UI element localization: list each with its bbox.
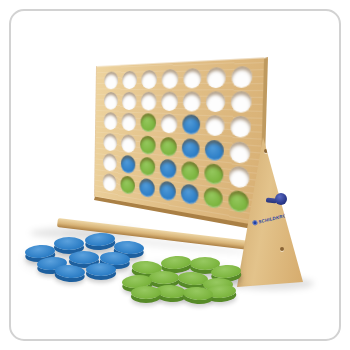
board-cell-r5c4[interactable]	[159, 158, 176, 179]
board-cell-r5c1[interactable]	[103, 153, 117, 172]
board-cell-r2c1[interactable]	[103, 92, 117, 110]
board-cell-r1c5[interactable]	[183, 68, 201, 88]
blue-pile-shadow	[24, 244, 142, 276]
board-cell-r2c6[interactable]	[205, 91, 225, 112]
board-cell-r2c5[interactable]	[182, 91, 200, 111]
board-cell-r1c6[interactable]	[206, 67, 226, 88]
board-cell-r6c5[interactable]	[180, 183, 198, 205]
board-cell-r3c1[interactable]	[103, 112, 117, 130]
board-cell-r1c3[interactable]	[141, 69, 157, 88]
board-cell-r4c2[interactable]	[121, 134, 136, 153]
board-cell-r2c7[interactable]	[230, 91, 251, 113]
board-cell-r1c4[interactable]	[161, 69, 178, 89]
board-cell-r4c7[interactable]	[229, 141, 250, 164]
connect-four-board-grid	[94, 57, 268, 231]
board-cell-r2c4[interactable]	[161, 92, 178, 112]
board-cell-r3c6[interactable]	[205, 115, 224, 136]
connect-four-product-photo: SCHILDKRÖT	[0, 0, 350, 350]
board-cell-r3c7[interactable]	[229, 116, 250, 138]
knob-head-icon	[275, 193, 287, 205]
board-cell-r1c1[interactable]	[104, 71, 118, 89]
board-cell-r6c1[interactable]	[102, 173, 116, 192]
release-knob	[266, 192, 290, 208]
board-cell-r5c2[interactable]	[120, 155, 135, 175]
board-cell-r2c2[interactable]	[121, 92, 136, 110]
board-cell-r4c6[interactable]	[204, 139, 223, 161]
board-cell-r5c5[interactable]	[181, 161, 199, 183]
board-cell-r4c5[interactable]	[181, 138, 199, 159]
board-cell-r5c7[interactable]	[228, 165, 249, 188]
peg-hole-icon	[280, 247, 284, 251]
peg-hole-icon	[264, 149, 268, 153]
board-cell-r6c7[interactable]	[228, 190, 249, 214]
board-cell-r6c6[interactable]	[203, 187, 222, 210]
board-cell-r5c6[interactable]	[204, 163, 223, 186]
board-cell-r3c2[interactable]	[121, 113, 136, 132]
board-cell-r6c2[interactable]	[120, 175, 135, 195]
green-pile-shadow	[124, 262, 242, 298]
board-cell-r2c3[interactable]	[140, 92, 156, 111]
board-cell-r1c7[interactable]	[231, 65, 252, 87]
brand-logo-text: SCHILDKRÖT	[258, 212, 290, 224]
board-cell-r1c2[interactable]	[122, 70, 137, 89]
board-cell-r3c3[interactable]	[140, 113, 156, 132]
board-cell-r3c4[interactable]	[160, 114, 177, 134]
board-cell-r3c5[interactable]	[182, 115, 200, 136]
board-cell-r6c4[interactable]	[159, 181, 176, 202]
board-cell-r4c1[interactable]	[103, 133, 117, 151]
brand-logo: SCHILDKRÖT	[252, 211, 287, 226]
board-cell-r5c3[interactable]	[139, 157, 155, 177]
board-cell-r4c4[interactable]	[160, 136, 177, 156]
board-cell-r6c3[interactable]	[139, 178, 155, 199]
turtle-logo-icon	[252, 219, 258, 225]
board-cell-r4c3[interactable]	[140, 135, 156, 155]
